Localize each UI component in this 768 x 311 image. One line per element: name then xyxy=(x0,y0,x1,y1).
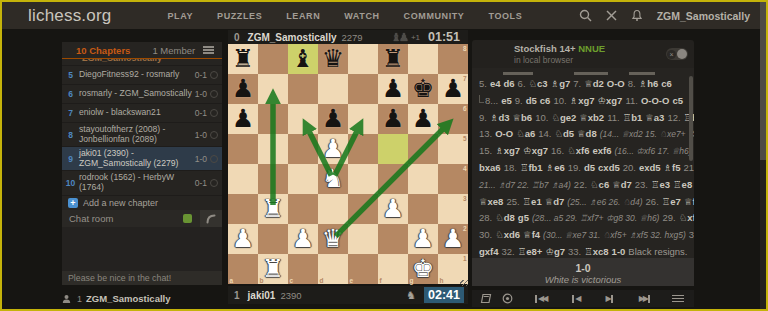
square-a2[interactable]: ♟ xyxy=(228,224,258,254)
gear-icon[interactable] xyxy=(210,155,218,163)
square-b2[interactable] xyxy=(258,224,288,254)
chapter-item-9[interactable]: 9jaki01 (2390) - ZGM_Samostically (2279)… xyxy=(62,147,222,171)
square-e7[interactable] xyxy=(348,74,378,104)
square-c6[interactable] xyxy=(288,104,318,134)
move[interactable]: ♘d5 xyxy=(554,128,574,139)
rank-coord: 2 xyxy=(463,225,467,232)
nav-right: ZGM_Samostically xyxy=(579,9,750,22)
chapter-item-8[interactable]: 8stayoutoftherz (2008) - Jonbellionfan (… xyxy=(62,123,222,147)
result-footer: 1-0 White is victorious xyxy=(472,258,694,286)
move-number: 7. xyxy=(573,78,581,89)
nav-menu: PLAYPUZZLESLEARNWATCHCOMMUNITYTOOLS xyxy=(167,11,522,21)
square-g1[interactable]: ♚g xyxy=(408,254,438,284)
black-rook: ♜ xyxy=(378,44,408,74)
move[interactable]: ♕xe8 xyxy=(479,196,503,207)
square-d1[interactable]: d xyxy=(318,254,348,284)
move[interactable]: ♘a6 xyxy=(516,128,535,139)
chapter-number: 6 xyxy=(62,89,79,99)
square-a8[interactable]: ♜ xyxy=(228,44,258,74)
file-coord: e xyxy=(350,277,354,284)
move[interactable]: ♖xc8 xyxy=(584,246,608,257)
player-rating-black: 2279 xyxy=(341,32,362,43)
captured-pieces-white: ♞ xyxy=(406,289,416,302)
move[interactable]: ♗e6 xyxy=(546,162,565,173)
file-coord: b xyxy=(260,277,264,284)
lichess-logo[interactable]: lichess.org xyxy=(28,6,111,26)
square-a7[interactable]: ♟ xyxy=(228,74,258,104)
move-number: 15. xyxy=(479,145,492,156)
move-number: 22. xyxy=(574,179,587,190)
next-move-icon[interactable]: ▶ xyxy=(606,294,613,303)
move-number: 14. xyxy=(538,128,551,139)
chat-header: Chat room xyxy=(62,210,222,227)
square-e2[interactable] xyxy=(348,224,378,254)
nav-item-play[interactable]: PLAY xyxy=(167,11,193,21)
square-d5[interactable]: ♟ xyxy=(318,134,348,164)
move[interactable]: O-O xyxy=(495,128,513,139)
file-coord: f xyxy=(380,277,382,284)
move-number: 11. xyxy=(607,112,620,123)
move-number: 30. xyxy=(479,229,492,240)
move[interactable]: ♔xg7 xyxy=(598,95,623,106)
square-a6[interactable]: ♟ xyxy=(228,104,258,134)
move-number: 23. xyxy=(635,179,648,190)
move[interactable]: O-O xyxy=(607,78,625,89)
tab-chapters[interactable]: 10 Chapters xyxy=(76,45,130,56)
move-number: 31. xyxy=(689,229,694,240)
last-move-icon[interactable]: ▶▶ xyxy=(639,294,650,303)
square-h6[interactable]: 6 xyxy=(438,104,468,134)
square-e5[interactable] xyxy=(348,134,378,164)
file-coord: h xyxy=(440,277,444,284)
square-a1[interactable]: a xyxy=(228,254,258,284)
square-b5[interactable] xyxy=(258,134,288,164)
rank-coord: 7 xyxy=(463,75,467,82)
square-c3[interactable] xyxy=(288,194,318,224)
move-line: 13.O-O♘a614.♘d5♕d8(14... ♕xd2 15. ♘xe7+ … xyxy=(472,126,694,143)
square-g4[interactable] xyxy=(408,164,438,194)
move[interactable]: d5 xyxy=(584,162,595,173)
move-number: 20. xyxy=(623,162,636,173)
result-score: 1-0 xyxy=(472,262,694,274)
move[interactable]: ♖e8+ xyxy=(518,246,543,257)
chapter-item-6[interactable]: 6rosmarly - ZGM_Samostically1-0 xyxy=(62,85,222,104)
move-number: 10. xyxy=(553,95,566,106)
lichess-study-page: lichess.org PLAYPUZZLESLEARNWATCHCOMMUNI… xyxy=(0,0,768,311)
move[interactable]: ♖b1 xyxy=(623,112,643,123)
square-h3[interactable]: 3 xyxy=(438,194,468,224)
chapter-result: 1-0 xyxy=(195,89,207,99)
square-a4[interactable] xyxy=(228,164,258,194)
square-f5[interactable] xyxy=(378,134,408,164)
move[interactable]: cxd5 xyxy=(598,162,620,173)
chapter-result: 0-1 xyxy=(195,70,207,80)
chapter-number: 10 xyxy=(62,178,79,188)
chat-input[interactable]: Please be nice in the chat! xyxy=(62,271,222,285)
white-rook: ♜ xyxy=(258,194,288,224)
move-number: 26. xyxy=(646,196,659,207)
user-menu[interactable]: ZGM_Samostically xyxy=(657,10,750,22)
toggle-off-icon: × xyxy=(667,50,676,59)
square-g6[interactable]: ♟ xyxy=(408,104,438,134)
player-bar-white: 1 jaki01 2390 ♞ 02:41 xyxy=(228,286,468,304)
move-number: 29. xyxy=(662,212,675,223)
black-pawn: ♟ xyxy=(378,74,408,104)
gear-icon[interactable] xyxy=(210,71,218,79)
clock-white: 02:41 xyxy=(424,287,464,303)
move[interactable]: ♕f4 xyxy=(523,229,540,240)
move[interactable]: ♕xb2 xyxy=(579,112,604,123)
square-f6[interactable]: ♟ xyxy=(378,104,408,134)
gear-icon[interactable] xyxy=(210,131,218,139)
square-e1[interactable]: e xyxy=(348,254,378,284)
file-coord: c xyxy=(290,277,294,284)
square-b8[interactable] xyxy=(258,44,288,74)
move[interactable]: c6 xyxy=(540,95,551,106)
chapter-number: 8 xyxy=(62,130,79,140)
move[interactable]: ♘c3 xyxy=(529,78,548,89)
gear-icon[interactable] xyxy=(210,90,218,98)
square-g8[interactable] xyxy=(408,44,438,74)
variation[interactable]: (16... ♔xf6 17. ♕h6) xyxy=(614,146,691,156)
chapter-label: DiegoFitness92 - rosmarly xyxy=(79,70,195,80)
move[interactable]: ♘c6 xyxy=(590,179,609,190)
variation[interactable]: (25... ♗e6 26. ♘d4) xyxy=(567,197,642,207)
square-e8[interactable] xyxy=(348,44,378,74)
rank-coord: 8 xyxy=(463,45,467,52)
rank-coord: 6 xyxy=(463,105,467,112)
square-b7[interactable] xyxy=(258,74,288,104)
move-list-scrollbar[interactable] xyxy=(689,76,693,161)
square-b1[interactable]: ♜b xyxy=(258,254,288,284)
chapter-list: 5DiegoFitness92 - rosmarly0-16rosmarly -… xyxy=(62,66,222,196)
square-c8[interactable]: ♝ xyxy=(288,44,318,74)
square-e4[interactable] xyxy=(348,164,378,194)
move[interactable]: gxf4 xyxy=(479,246,499,257)
square-d3[interactable] xyxy=(318,194,348,224)
square-f8[interactable]: ♜ xyxy=(378,44,408,74)
rank-coord: 4 xyxy=(463,165,467,172)
move-line: 21... ♗d7 22. ♖b7 ♗a4)22.♘c6♕d723.♖e3♖e8… xyxy=(472,177,694,194)
square-d4[interactable]: ♞ xyxy=(318,164,348,194)
move-number: 5. xyxy=(479,78,487,89)
white-knight: ♞ xyxy=(318,164,348,194)
chess-board: ♜♝♛♜8♟♟♚♟7♟♟♟♟6♟5♞4♜♟3♟♟♛♟♟2a♜bcdef♚gh1 xyxy=(228,44,468,284)
nav-item-puzzles[interactable]: PUZZLES xyxy=(217,11,262,21)
square-h5[interactable]: 5 xyxy=(438,134,468,164)
add-chapter-button[interactable]: + Add a new chapter xyxy=(62,196,222,211)
move[interactable]: ♘ge2 xyxy=(551,112,576,123)
square-c4[interactable] xyxy=(288,164,318,194)
move-line: 8...e59.d5c610.♗xg7♔xg711.O-O-Oc5 xyxy=(472,93,694,110)
chapter-result: 1-0 xyxy=(195,154,207,164)
phone-icon[interactable] xyxy=(200,210,222,227)
variation[interactable]: (14... ♕xd2 15. ♘xe7+ ♔h8 16. ♗xd2) xyxy=(600,129,694,139)
move-number: 9. xyxy=(479,112,487,123)
variation[interactable]: (30... ♕xe7 31. ♘xf5+ ♗xf5 32. hxg5) xyxy=(543,230,686,240)
square-a3[interactable] xyxy=(228,194,258,224)
move-number: 18. xyxy=(504,162,517,173)
square-b4[interactable] xyxy=(258,164,288,194)
square-g2[interactable]: ♟ xyxy=(408,224,438,254)
result-text: White is victorious xyxy=(472,274,694,285)
spectators-row: 1 ZGM_Samostically xyxy=(62,292,222,305)
chapter-number: 7 xyxy=(62,108,79,118)
white-queen: ♛ xyxy=(318,224,348,254)
clock-black: 01:51 xyxy=(424,29,464,45)
study-tabs: 10 Chapters 1 Member xyxy=(62,42,222,59)
white-pawn: ♟ xyxy=(408,224,438,254)
move[interactable]: ♗h6 xyxy=(639,78,659,89)
book-icon[interactable] xyxy=(480,293,492,304)
move[interactable]: ♖e3 xyxy=(651,179,670,190)
square-c1[interactable]: c xyxy=(288,254,318,284)
move[interactable]: ♕d7 xyxy=(612,179,632,190)
square-f4[interactable] xyxy=(378,164,408,194)
square-f3[interactable]: ♟ xyxy=(378,194,408,224)
file-coord: a xyxy=(230,277,234,284)
search-icon[interactable] xyxy=(579,9,592,22)
square-c5[interactable] xyxy=(288,134,318,164)
engine-info: Stockfish 14+ NNUE in local browser xyxy=(514,43,605,65)
move[interactable]: bxa6 xyxy=(479,162,501,173)
black-pawn: ♟ xyxy=(228,104,258,134)
chapter-label: eniolw - blackswan21 xyxy=(79,108,195,118)
move: Black resigns. xyxy=(628,246,687,257)
prev-move-icon[interactable]: ◀ xyxy=(572,294,579,303)
variation[interactable]: (28... a5 29. ♖xf7+ ♔g8 30. ♕h6) xyxy=(532,213,660,223)
rank-coord: 1 xyxy=(463,255,467,262)
move[interactable]: ♕f5 xyxy=(684,196,694,207)
chat-toggle[interactable] xyxy=(183,214,192,223)
move-number: 11. xyxy=(625,95,638,106)
move-line: 5.e4d66.♘c3♗g77.♕d2O-O8.♗h6c6 xyxy=(472,76,694,93)
move-number: 16. xyxy=(551,145,564,156)
engine-header: Stockfish 14+ NNUE in local browser × xyxy=(472,40,694,68)
move-line: 28.♘d8g5(28... a5 29. ♖xf7+ ♔g8 30. ♕h6)… xyxy=(472,210,694,227)
square-b3[interactable]: ♜ xyxy=(258,194,288,224)
toggle-knob xyxy=(677,49,687,59)
move-number: 9. xyxy=(515,95,523,106)
move-number: 13. xyxy=(479,128,492,139)
chat-messages xyxy=(62,227,222,271)
square-e3[interactable] xyxy=(348,194,378,224)
black-rook: ♜ xyxy=(228,44,258,74)
chapter-result: 1-0 xyxy=(195,130,207,140)
engine-subtitle: in local browser xyxy=(514,55,605,65)
chapter-result: 0-1 xyxy=(195,178,207,188)
square-f2[interactable] xyxy=(378,224,408,254)
move-number: 6. xyxy=(518,78,526,89)
nav-item-tools[interactable]: TOOLS xyxy=(488,11,522,21)
move-line: bxa618.♖fb1♗e619.d5cxd520.exd5♗f521.♘d4♗… xyxy=(472,160,694,177)
move[interactable]: exd5 xyxy=(639,162,661,173)
move-number: 8. xyxy=(628,78,636,89)
match-score-black: 0 xyxy=(234,32,240,43)
square-c7[interactable] xyxy=(288,74,318,104)
move-line: 30.♘xd6♕f4(30... ♕xe7 31. ♘xf5+ ♗xf5 32.… xyxy=(472,227,694,244)
black-bishop: ♝ xyxy=(288,44,318,74)
nav-item-watch[interactable]: WATCH xyxy=(344,11,379,21)
spectator-count: 1 xyxy=(77,294,82,304)
menu-icon[interactable] xyxy=(672,295,684,303)
study-menu-icon[interactable] xyxy=(203,46,214,54)
white-pawn: ♟ xyxy=(228,224,258,254)
square-a5[interactable] xyxy=(228,134,258,164)
chapter-item-clipped[interactable]: ZGM_Samostically xyxy=(62,59,222,66)
chapters-panel: 10 Chapters 1 Member ZGM_Samostically 5D… xyxy=(62,42,222,211)
chapter-label: rodrook (1562) - HerbyW (1764) xyxy=(79,173,195,192)
move[interactable]: ♗f5 xyxy=(664,162,681,173)
nav-item-learn[interactable]: LEARN xyxy=(286,11,320,21)
move[interactable]: ♖e1 xyxy=(523,196,542,207)
move[interactable]: c6 xyxy=(661,78,672,89)
move: 1-0 xyxy=(612,246,626,257)
square-f1[interactable]: f xyxy=(378,254,408,284)
nav-item-community[interactable]: COMMUNITY xyxy=(404,11,465,21)
page-scrollbar[interactable] xyxy=(760,2,766,309)
chapter-result: 0-1 xyxy=(195,108,207,118)
move[interactable]: ♖e7 xyxy=(662,196,681,207)
move[interactable]: ♕a3 xyxy=(645,112,664,123)
move-line: ♕xe825.♖e1♕d7(25... ♗e6 26. ♘d4)26.♖e7♕f… xyxy=(472,194,694,211)
move-number: 21. xyxy=(684,162,694,173)
rank-coord: 5 xyxy=(463,135,467,142)
square-g7[interactable]: ♚ xyxy=(408,74,438,104)
move[interactable]: d6 xyxy=(504,78,515,89)
player-name-black[interactable]: ZGM_Samostically xyxy=(248,32,337,43)
file-coord: g xyxy=(410,277,414,284)
person-icon xyxy=(62,294,71,304)
engine-nnue-badge: NNUE xyxy=(578,43,605,54)
white-pawn: ♟ xyxy=(318,134,348,164)
move[interactable]: ♘d8 xyxy=(495,212,515,223)
chapter-label: rosmarly - ZGM_Samostically xyxy=(79,89,195,99)
black-pawn: ♟ xyxy=(318,104,348,134)
move-number: 32. xyxy=(502,246,515,257)
move[interactable]: O-O-O xyxy=(641,95,670,106)
rank-coord: 3 xyxy=(463,195,467,202)
move[interactable]: ♗g7 xyxy=(551,78,571,89)
player-rating-white: 2390 xyxy=(280,290,301,301)
black-pawn: ♟ xyxy=(378,104,408,134)
chat-panel: Chat room Please be nice in the chat! xyxy=(62,210,222,285)
move[interactable]: ♗d3 xyxy=(490,112,510,123)
black-pawn: ♟ xyxy=(228,74,258,104)
move[interactable]: ♘xf6 xyxy=(567,145,589,156)
move[interactable]: ♖fb1 xyxy=(520,162,543,173)
page-scrollbar-thumb[interactable] xyxy=(760,2,766,160)
move[interactable]: ♘xf7 xyxy=(679,212,694,223)
move[interactable]: ♕b6 xyxy=(513,112,533,123)
move-number: 28. xyxy=(479,212,492,223)
move[interactable]: ♔g7 xyxy=(545,246,565,257)
move[interactable]: ♘xd6 xyxy=(495,229,520,240)
move[interactable]: ♔xg7 xyxy=(523,145,548,156)
tab-members[interactable]: 1 Member xyxy=(152,45,195,56)
first-move-icon[interactable]: ◀◀ xyxy=(535,294,546,303)
move[interactable]: e5 xyxy=(501,95,512,106)
chat-title: Chat room xyxy=(69,213,113,224)
engine-name: Stockfish 14+ xyxy=(514,43,576,54)
player-bar-black: 0 ZGM_Samostically 2279 ♝♟ +1 01:51 xyxy=(228,30,468,44)
move-line: 15.♗xg7♔xg716.♘xf6exf6(16... ♔xf6 17. ♕h… xyxy=(472,143,694,160)
square-d2[interactable]: ♛ xyxy=(318,224,348,254)
move[interactable]: ♗xg7 xyxy=(570,95,595,106)
material-advantage: +1 xyxy=(411,33,420,42)
move[interactable]: ♖e8 xyxy=(673,179,692,190)
white-pawn: ♟ xyxy=(378,194,408,224)
plus-icon: + xyxy=(68,198,78,208)
chapter-item-7[interactable]: 7eniolw - blackswan210-1 xyxy=(62,104,222,123)
gear-icon[interactable] xyxy=(210,179,218,187)
square-c2[interactable]: ♟ xyxy=(288,224,318,254)
move[interactable]: c5 xyxy=(672,95,683,106)
move-number: 33. xyxy=(568,246,581,257)
analysis-controls: ◀◀ ◀ ▶ ▶▶ xyxy=(472,290,694,307)
square-g5[interactable] xyxy=(408,134,438,164)
spectator-name[interactable]: ZGM_Samostically xyxy=(86,293,170,304)
chapter-item-5[interactable]: 5DiegoFitness92 - rosmarly0-1 xyxy=(62,66,222,85)
move[interactable]: ♕d2 xyxy=(584,78,604,89)
square-g3[interactable] xyxy=(408,194,438,224)
chapter-label: stayoutoftherz (2008) - Jonbellionfan (2… xyxy=(79,125,195,144)
move[interactable]: ♕d7 xyxy=(545,196,565,207)
black-king: ♚ xyxy=(408,74,438,104)
move[interactable]: g5 xyxy=(518,212,529,223)
square-b6[interactable] xyxy=(258,104,288,134)
move[interactable]: e4 xyxy=(490,78,501,89)
square-h8[interactable]: 8 xyxy=(438,44,468,74)
move-number: 25. xyxy=(506,196,519,207)
black-pawn: ♟ xyxy=(408,104,438,134)
engine-toggle[interactable]: × xyxy=(666,48,688,60)
square-h7[interactable]: ♟7 xyxy=(438,74,468,104)
move[interactable]: d5 xyxy=(526,95,537,106)
white-pawn: ♟ xyxy=(288,224,318,254)
chapter-number: 9 xyxy=(62,154,79,164)
move-number: 19. xyxy=(568,162,581,173)
square-h4[interactable]: 4 xyxy=(438,164,468,194)
square-f7[interactable]: ♟ xyxy=(378,74,408,104)
move[interactable]: ♕d8 xyxy=(577,128,597,139)
chapter-label: jaki01 (2390) - ZGM_Samostically (2279) xyxy=(79,149,195,168)
move[interactable]: ♗xg7 xyxy=(495,145,520,156)
gear-icon[interactable] xyxy=(210,109,218,117)
move-number: 12. xyxy=(667,112,680,123)
move-line: 9.♗d3♕b610.♘ge2♕xb211.♖b1♕a312.♖b3♕a5 xyxy=(472,110,694,127)
top-nav: lichess.org PLAYPUZZLESLEARNWATCHCOMMUNI… xyxy=(2,2,760,29)
move[interactable]: exf6 xyxy=(592,145,611,156)
square-d7[interactable] xyxy=(318,74,348,104)
bell-icon[interactable] xyxy=(631,9,643,22)
chapter-item-10[interactable]: 10rodrook (1562) - HerbyW (1764)0-1 xyxy=(62,171,222,195)
move-list: 5.e4d66.♘c3♗g77.♕d2O-O8.♗h6c68...e59.d5c… xyxy=(472,68,694,258)
chapter-number: 5 xyxy=(62,70,79,80)
close-icon[interactable] xyxy=(606,10,617,21)
square-h2[interactable]: ♟2 xyxy=(438,224,468,254)
black-queen: ♛ xyxy=(318,44,348,74)
match-score-white: 1 xyxy=(234,290,240,301)
captured-pieces-black: ♝♟ xyxy=(391,31,407,44)
record-icon[interactable] xyxy=(502,293,513,304)
square-d6[interactable]: ♟ xyxy=(318,104,348,134)
square-e6[interactable] xyxy=(348,104,378,134)
player-name-white[interactable]: jaki01 xyxy=(248,290,276,301)
variation[interactable]: 21... ♗d7 22. ♖b7 ♗a4) xyxy=(479,180,571,190)
square-d8[interactable]: ♛ xyxy=(318,44,348,74)
move-number: 8... xyxy=(485,95,498,106)
